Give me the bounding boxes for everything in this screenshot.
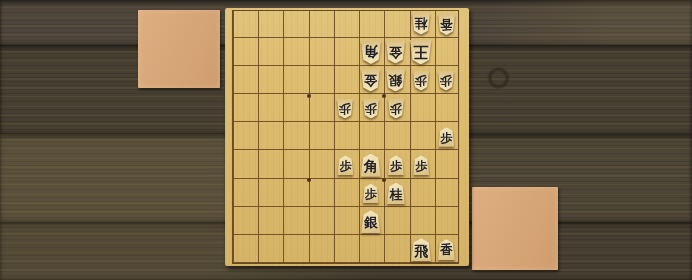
knight-kanji: 桂 xyxy=(415,17,428,30)
piece-body: 金 xyxy=(386,41,405,64)
table: 香桂角金王金銀歩歩歩歩歩歩歩角歩歩歩桂銀飛香 xyxy=(0,0,692,280)
piece-body: 銀 xyxy=(361,210,380,233)
piece-gote-silver-3c[interactable]: 銀 xyxy=(386,69,405,92)
piece-body: 歩 xyxy=(438,127,454,147)
shogi-board: 香桂角金王金銀歩歩歩歩歩歩歩角歩歩歩桂銀飛香 xyxy=(225,8,469,266)
piece-body: 香 xyxy=(438,14,455,35)
star-point xyxy=(307,178,311,182)
piece-gote-lance-1a[interactable]: 香 xyxy=(438,14,455,35)
piece-body: 歩 xyxy=(337,155,353,175)
piece-sente-lance-1i[interactable]: 香 xyxy=(438,239,455,260)
king-kanji: 王 xyxy=(414,44,429,59)
wood-knot xyxy=(485,65,512,91)
pawn-kanji: 歩 xyxy=(440,132,452,144)
piece-body: 角 xyxy=(361,154,381,177)
silver-kanji: 銀 xyxy=(389,73,403,87)
bishop-kanji: 角 xyxy=(364,44,378,58)
piece-body: 香 xyxy=(438,239,455,260)
star-point xyxy=(382,178,386,182)
piece-body: 歩 xyxy=(388,99,404,119)
piece-body: 歩 xyxy=(413,155,429,175)
piece-sente-bishop-4f[interactable]: 角 xyxy=(361,154,381,177)
piece-gote-gold-4c[interactable]: 金 xyxy=(361,69,380,92)
pawn-kanji: 歩 xyxy=(415,160,427,172)
pawn-kanji: 歩 xyxy=(440,74,452,86)
pawn-kanji: 歩 xyxy=(390,102,402,114)
piece-gote-pawn-4d[interactable]: 歩 xyxy=(363,99,379,119)
piece-sente-pawn-5f[interactable]: 歩 xyxy=(337,155,353,175)
komadai-sente xyxy=(472,187,558,270)
piece-body: 金 xyxy=(361,69,380,92)
piece-body: 飛 xyxy=(411,238,431,261)
piece-body: 歩 xyxy=(337,99,353,119)
piece-gote-gold-3b[interactable]: 金 xyxy=(386,41,405,64)
piece-body: 歩 xyxy=(413,71,429,91)
star-point xyxy=(307,94,311,98)
rook-kanji: 飛 xyxy=(414,244,428,258)
pawn-kanji: 歩 xyxy=(339,102,351,114)
piece-gote-pawn-1c[interactable]: 歩 xyxy=(438,71,454,91)
lance-kanji: 香 xyxy=(440,17,453,30)
piece-body: 歩 xyxy=(438,71,454,91)
pawn-kanji: 歩 xyxy=(415,74,427,86)
lance-kanji: 香 xyxy=(440,244,453,257)
piece-sente-knight-3g[interactable]: 桂 xyxy=(387,183,405,205)
piece-gote-pawn-2c[interactable]: 歩 xyxy=(413,71,429,91)
piece-gote-king-2b[interactable]: 王 xyxy=(410,40,432,65)
silver-kanji: 銀 xyxy=(364,216,378,230)
piece-body: 歩 xyxy=(363,184,379,204)
piece-gote-knight-2a[interactable]: 桂 xyxy=(412,13,430,35)
pawn-kanji: 歩 xyxy=(365,102,377,114)
piece-body: 桂 xyxy=(387,183,405,205)
piece-body: 歩 xyxy=(388,155,404,175)
piece-sente-rook-2i[interactable]: 飛 xyxy=(411,238,431,261)
pawn-kanji: 歩 xyxy=(390,160,402,172)
piece-body: 角 xyxy=(361,41,381,64)
piece-sente-pawn-1e[interactable]: 歩 xyxy=(438,127,454,147)
piece-sente-silver-4h[interactable]: 銀 xyxy=(361,210,380,233)
gold-kanji: 金 xyxy=(389,45,403,59)
piece-gote-pawn-3d[interactable]: 歩 xyxy=(388,99,404,119)
piece-sente-pawn-4g[interactable]: 歩 xyxy=(363,184,379,204)
piece-gote-bishop-4b[interactable]: 角 xyxy=(361,41,381,64)
pawn-kanji: 歩 xyxy=(339,160,351,172)
piece-sente-pawn-2f[interactable]: 歩 xyxy=(413,155,429,175)
piece-sente-pawn-3f[interactable]: 歩 xyxy=(388,155,404,175)
piece-body: 銀 xyxy=(386,69,405,92)
bishop-kanji: 角 xyxy=(364,159,378,173)
piece-body: 歩 xyxy=(363,99,379,119)
knight-kanji: 桂 xyxy=(389,188,402,201)
gold-kanji: 金 xyxy=(364,73,378,87)
pawn-kanji: 歩 xyxy=(365,188,377,200)
komadai-gote xyxy=(138,10,220,88)
piece-gote-pawn-5d[interactable]: 歩 xyxy=(337,99,353,119)
piece-body: 王 xyxy=(410,40,432,65)
piece-body: 桂 xyxy=(412,13,430,35)
star-point xyxy=(382,94,386,98)
